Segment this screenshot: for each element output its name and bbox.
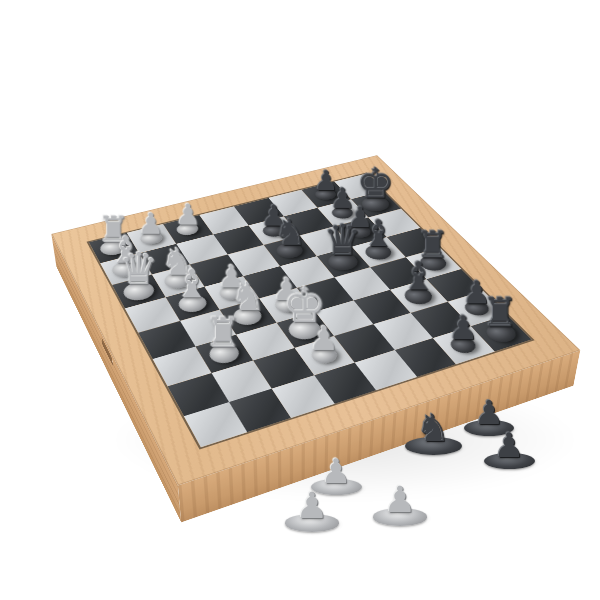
pawn-glyph: ♟	[431, 312, 495, 345]
rook-glyph: ♜	[191, 312, 256, 353]
captured-piece-dark-pawn[interactable]: ♟	[484, 419, 535, 469]
pawn-glyph: ♟	[311, 454, 362, 488]
captured-piece-silver-pawn[interactable]: ♟	[311, 445, 362, 495]
pawn-glyph: ♟	[373, 482, 427, 518]
pawn-glyph: ♟	[292, 322, 357, 356]
product-photo-stage: ♜♜♟♟♟♟♟♟♝♝♟♟♟♟♚♚♛♛♞♞♞♞♟♟♝♝♟♟♛♛♝♝♞♞♟♟♜♜♜♜…	[0, 0, 600, 600]
captured-piece-dark-knight[interactable]: ♞	[405, 399, 462, 455]
captured-piece-silver-pawn[interactable]: ♟	[373, 472, 427, 525]
queen-glyph: ♛	[108, 247, 168, 291]
bishop-glyph: ♝	[162, 265, 223, 304]
bishop-glyph: ♝	[388, 257, 449, 295]
knight-glyph: ♞	[405, 409, 462, 447]
knight-glyph: ♞	[261, 214, 318, 250]
queen-glyph: ♛	[314, 219, 372, 262]
pawn-glyph: ♟	[484, 428, 535, 462]
